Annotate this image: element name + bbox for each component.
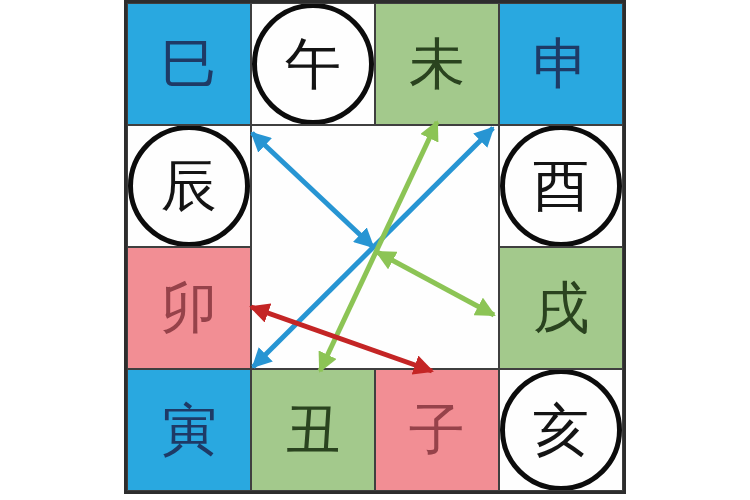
branch-glyph-wei: 未 [409, 36, 465, 92]
branch-glyph-mao: 卯 [161, 280, 217, 336]
earthly-branches-board: 巳 午 未 申 辰 酉 卯 戌 寅 丑 子 亥 [124, 0, 626, 494]
cell-yin: 寅 [127, 369, 251, 491]
cell-chou: 丑 [251, 369, 375, 491]
branch-glyph-yin: 寅 [161, 402, 217, 458]
center-white-area [251, 125, 499, 369]
branch-glyph-xu: 戌 [533, 280, 589, 336]
branch-glyph-chen: 辰 [161, 158, 217, 214]
cell-zi: 子 [375, 369, 499, 491]
cell-chen: 辰 [127, 125, 251, 247]
branch-glyph-zi: 子 [409, 402, 465, 458]
branch-glyph-you: 酉 [533, 158, 589, 214]
cell-xu: 戌 [499, 247, 623, 369]
cell-si: 巳 [127, 3, 251, 125]
cell-wu: 午 [251, 3, 375, 125]
cell-shen: 申 [499, 3, 623, 125]
branch-glyph-si: 巳 [161, 36, 217, 92]
branch-glyph-shen: 申 [533, 36, 589, 92]
branch-glyph-hai: 亥 [533, 402, 589, 458]
cell-mao: 卯 [127, 247, 251, 369]
branch-glyph-wu: 午 [285, 36, 341, 92]
cell-you: 酉 [499, 125, 623, 247]
branch-glyph-chou: 丑 [285, 402, 341, 458]
cell-hai: 亥 [499, 369, 623, 491]
cell-wei: 未 [375, 3, 499, 125]
